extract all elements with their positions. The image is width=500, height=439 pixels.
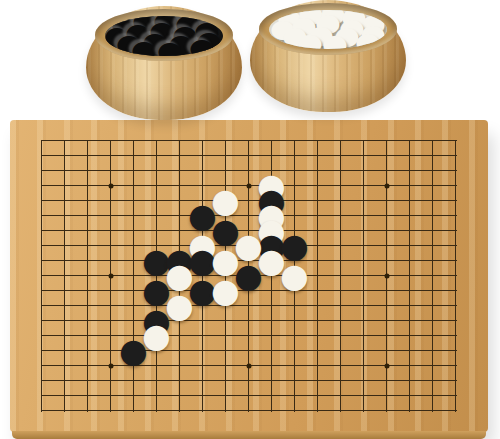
white-stone: ● bbox=[214, 249, 238, 273]
white-stone: ● bbox=[260, 219, 284, 243]
bowl-white-stone: ● bbox=[282, 23, 308, 48]
black-stone: ● bbox=[122, 339, 146, 363]
bowl-black-stone: ● bbox=[125, 20, 151, 45]
bowl-black-stone: ● bbox=[105, 23, 130, 48]
bowl-black-stone: ● bbox=[131, 37, 157, 57]
star-point bbox=[246, 183, 251, 188]
black-stone: ● bbox=[145, 279, 169, 303]
star-point bbox=[384, 363, 389, 368]
black-stone: ● bbox=[191, 204, 215, 228]
black-stone: ● bbox=[214, 219, 238, 243]
bowl-black-stone: ● bbox=[193, 17, 219, 42]
bowl-black-stone: ● bbox=[153, 16, 179, 32]
white-stone: ● bbox=[260, 174, 284, 198]
bowl-black-stone: ● bbox=[175, 16, 201, 35]
bowl-black-stone: ● bbox=[132, 16, 158, 32]
go-set-photo: ●●●●●●●●●●●●●●●●●●●●●●●●●● ●●●●●●●●●●●●●… bbox=[0, 0, 500, 439]
bowl-white-opening: ●●●●●●●●●●●●●●●● bbox=[259, 3, 396, 55]
stone-bowl-black: ●●●●●●●●●●●●●●●● bbox=[86, 6, 242, 120]
star-point bbox=[384, 183, 389, 188]
bowl-white-stone: ● bbox=[339, 14, 365, 39]
bowl-white-stone: ● bbox=[315, 10, 341, 34]
bowl-black-stone: ● bbox=[111, 16, 137, 37]
star-point bbox=[108, 273, 113, 278]
star-point bbox=[246, 363, 251, 368]
white-stone: ● bbox=[237, 234, 261, 258]
black-stone: ● bbox=[145, 249, 169, 273]
star-point bbox=[108, 183, 113, 188]
bowl-white-stone: ● bbox=[291, 13, 317, 38]
black-stone: ● bbox=[260, 189, 284, 213]
bowl-white-stone: ● bbox=[355, 28, 381, 49]
bowl-white-stone: ● bbox=[308, 21, 334, 46]
bowl-black-stone: ● bbox=[196, 28, 222, 53]
bowl-white-stone: ● bbox=[277, 10, 303, 30]
bowl-black-stone: ● bbox=[189, 35, 215, 56]
star-point bbox=[246, 273, 251, 278]
white-stone: ● bbox=[191, 234, 215, 258]
white-stone: ● bbox=[260, 249, 284, 273]
star-point bbox=[384, 273, 389, 278]
white-stone: ● bbox=[168, 294, 192, 318]
bowl-black-stones: ●●●●●●●●●●●●●●●● bbox=[105, 16, 223, 56]
white-stone: ● bbox=[283, 264, 307, 288]
black-stone: ● bbox=[145, 309, 169, 333]
bowl-white-stone: ● bbox=[322, 31, 348, 50]
black-stone: ● bbox=[283, 234, 307, 258]
bowl-black-stone: ● bbox=[172, 21, 198, 46]
white-stone: ● bbox=[260, 204, 284, 228]
white-stone: ● bbox=[214, 279, 238, 303]
bowl-black-stone: ● bbox=[115, 30, 141, 55]
black-stone: ● bbox=[260, 234, 284, 258]
black-stone: ● bbox=[168, 249, 192, 273]
board-grid: ●●●●●●●●●●●●●●●●●●●●●●●●●● bbox=[41, 140, 457, 412]
white-stone: ● bbox=[145, 324, 169, 348]
bowl-white-stone: ● bbox=[334, 23, 360, 48]
bowl-white-stone: ● bbox=[360, 10, 386, 35]
bowl-white-stone: ● bbox=[298, 10, 324, 26]
stone-bowl-white: ●●●●●●●●●●●●●●●● bbox=[250, 0, 406, 112]
bowl-black-stone: ● bbox=[149, 17, 175, 42]
white-stone: ● bbox=[168, 264, 192, 288]
bowl-white-stone: ● bbox=[341, 10, 367, 28]
go-board: ●●●●●●●●●●●●●●●●●●●●●●●●●● bbox=[10, 120, 488, 432]
bowl-white-stones: ●●●●●●●●●●●●●●●● bbox=[269, 10, 387, 49]
bowl-white-stone: ● bbox=[360, 20, 386, 45]
bowl-black-stone: ● bbox=[141, 29, 167, 54]
bowl-black-stone: ● bbox=[167, 30, 193, 55]
bowl-white-stone: ● bbox=[270, 16, 296, 41]
white-stone: ● bbox=[214, 189, 238, 213]
black-stone: ● bbox=[191, 279, 215, 303]
bowl-black-opening: ●●●●●●●●●●●●●●●● bbox=[95, 9, 232, 61]
bowl-white-stone: ● bbox=[320, 10, 346, 25]
black-stone: ● bbox=[191, 249, 215, 273]
bowl-white-stone: ● bbox=[297, 30, 323, 50]
bowl-black-stone: ● bbox=[157, 37, 183, 56]
star-point bbox=[108, 363, 113, 368]
